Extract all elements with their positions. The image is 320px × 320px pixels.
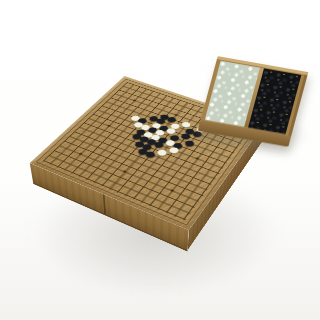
stone-black: ●: [142, 143, 154, 151]
star-point: [78, 152, 82, 155]
star-point: [170, 189, 174, 192]
star-point: [195, 157, 199, 160]
star-point: [133, 99, 137, 101]
stone-black: ●: [173, 141, 185, 149]
star-point: [107, 124, 111, 126]
stone-black: ●: [184, 139, 195, 146]
stone-white: ●: [168, 146, 180, 154]
stone-tray: [198, 56, 309, 147]
stone-white: ●: [165, 139, 177, 146]
stone-black: ●: [137, 147, 149, 155]
star-point: [123, 170, 127, 173]
stone-black: ●: [153, 141, 165, 149]
board-front-fold-seam: [103, 194, 106, 214]
stone-white: ●: [157, 148, 169, 156]
photo-scene: ●●●●●●●●●●●●●●●●●●●●●●●●●●●●●●●●●●●●●: [0, 0, 320, 320]
stone-black: ●: [145, 150, 157, 158]
